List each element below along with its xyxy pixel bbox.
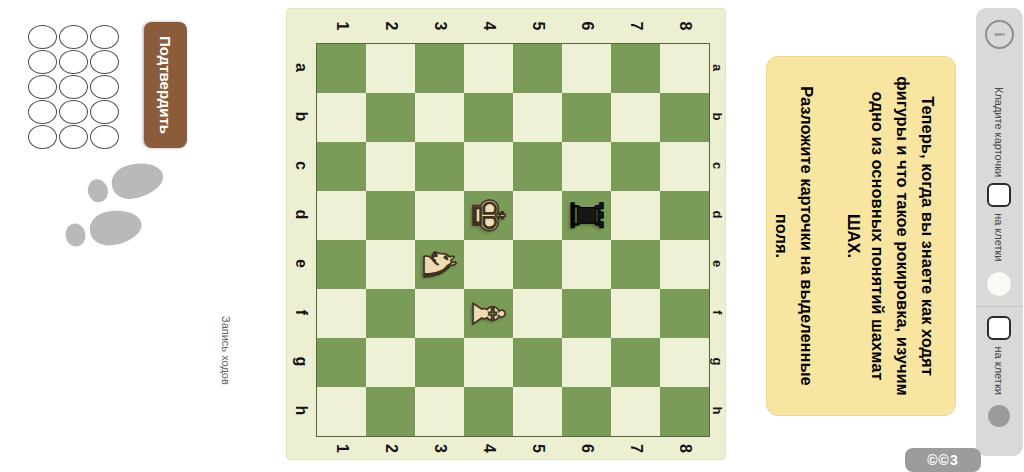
coordinate-label: d — [285, 190, 317, 239]
square-d2[interactable] — [366, 191, 415, 240]
coordinate-label: 8 — [661, 9, 710, 43]
square-e4[interactable] — [464, 240, 513, 289]
square-c1[interactable] — [317, 142, 366, 191]
square-f6[interactable] — [562, 289, 611, 338]
move-slot — [90, 125, 119, 149]
square-b6[interactable] — [562, 93, 611, 142]
coordinate-label: a — [710, 43, 725, 92]
square-b4[interactable] — [464, 93, 513, 142]
square-c8[interactable] — [660, 142, 709, 191]
square-a8[interactable] — [660, 44, 709, 93]
square-e2[interactable] — [366, 240, 415, 289]
coordinate-label: 4 — [465, 9, 514, 43]
square-g7[interactable] — [611, 338, 660, 387]
coordinate-label: f — [710, 288, 725, 337]
footprint-sole — [108, 158, 167, 204]
coordinate-label: g — [710, 337, 725, 386]
piece-white-bishop[interactable]: ♝ — [464, 289, 513, 338]
square-a1[interactable] — [317, 44, 366, 93]
coordinate-label: c — [710, 141, 725, 190]
square-e1[interactable] — [317, 240, 366, 289]
chess-board[interactable]: abcdefgh abcdefgh 87654321 87654321 ♜♚♝♞ — [286, 8, 726, 460]
square-c3[interactable] — [415, 142, 464, 191]
square-g1[interactable] — [317, 338, 366, 387]
move-slot — [59, 100, 88, 124]
square-c6[interactable] — [562, 142, 611, 191]
bar-text-on-cells-2: на клетки — [994, 346, 1006, 394]
white-circle-target-icon — [987, 271, 1013, 297]
coordinate-label: e — [285, 239, 317, 288]
coordinate-label: 3 — [416, 9, 465, 43]
move-slot — [90, 50, 119, 74]
coordinate-label: e — [710, 239, 725, 288]
move-slot — [59, 25, 88, 49]
square-a4[interactable] — [464, 44, 513, 93]
coordinate-label: 6 — [563, 436, 612, 461]
square-f7[interactable] — [611, 289, 660, 338]
coordinate-label: 3 — [416, 436, 465, 461]
footsteps-icon — [57, 205, 144, 255]
coordinate-label: g — [285, 337, 317, 386]
square-a6[interactable] — [562, 44, 611, 93]
square-a3[interactable] — [415, 44, 464, 93]
coordinate-label: b — [285, 92, 317, 141]
square-f2[interactable] — [366, 289, 415, 338]
coordinate-label: 4 — [465, 436, 514, 461]
footprint-heel — [64, 221, 88, 247]
task-paragraph-1: Теперь, когда вы знаете как ходят фигуры… — [841, 69, 940, 403]
piece-white-king[interactable]: ♚ — [464, 191, 513, 240]
square-d5[interactable] — [513, 191, 562, 240]
coordinate-label: 7 — [612, 436, 661, 461]
square-d7[interactable] — [611, 191, 660, 240]
file-labels-top: abcdefgh — [710, 43, 725, 435]
bar-divider — [977, 306, 1023, 307]
gray-circle-target-icon — [989, 405, 1011, 427]
square-a7[interactable] — [611, 44, 660, 93]
square-f5[interactable] — [513, 289, 562, 338]
coordinate-label: 1 — [318, 436, 367, 461]
square-b1[interactable] — [317, 93, 366, 142]
square-b3[interactable] — [415, 93, 464, 142]
square-h8[interactable] — [660, 387, 709, 436]
bar-text-cards: Кладите карточки — [994, 87, 1006, 177]
coordinate-label: 7 — [612, 9, 661, 43]
square-e8[interactable] — [660, 240, 709, 289]
coordinate-label: 5 — [514, 436, 563, 461]
coordinate-label: 8 — [661, 436, 710, 461]
square-g4[interactable] — [464, 338, 513, 387]
square-g6[interactable] — [562, 338, 611, 387]
move-slot — [90, 100, 119, 124]
square-f1[interactable] — [317, 289, 366, 338]
coordinate-label: 1 — [318, 9, 367, 43]
move-slot — [28, 125, 57, 149]
task-panel: Теперь, когда вы знаете как ходят фигуры… — [766, 56, 956, 416]
coordinate-label: 5 — [514, 9, 563, 43]
move-slot — [90, 75, 119, 99]
coordinate-label: c — [285, 141, 317, 190]
square-h4[interactable] — [464, 387, 513, 436]
footsteps-icon — [79, 157, 167, 212]
square-c5[interactable] — [513, 142, 562, 191]
square-e5[interactable] — [513, 240, 562, 289]
footprint-heel — [85, 177, 110, 204]
square-g8[interactable] — [660, 338, 709, 387]
square-c4[interactable] — [464, 142, 513, 191]
bar-text-on-cells-1: на клетки — [994, 213, 1006, 261]
move-slot — [59, 75, 88, 99]
coordinate-label: 6 — [563, 9, 612, 43]
square-d8[interactable] — [660, 191, 709, 240]
rank-labels-left: 87654321 — [318, 9, 710, 43]
coordinate-label: h — [285, 386, 317, 435]
move-record-label: Запись ходов — [220, 316, 232, 385]
square-e7[interactable] — [611, 240, 660, 289]
square-f3[interactable] — [415, 289, 464, 338]
square-a5[interactable] — [513, 44, 562, 93]
square-e6[interactable] — [562, 240, 611, 289]
square-c2[interactable] — [366, 142, 415, 191]
square-b5[interactable] — [513, 93, 562, 142]
coordinate-label: 2 — [367, 9, 416, 43]
square-d3[interactable] — [415, 191, 464, 240]
coordinate-label: b — [710, 92, 725, 141]
move-slot — [59, 50, 88, 74]
square-b8[interactable] — [660, 93, 709, 142]
square-c7[interactable] — [611, 142, 660, 191]
square-b2[interactable] — [366, 93, 415, 142]
square-h5[interactable] — [513, 387, 562, 436]
info-icon[interactable]: i — [985, 20, 1014, 49]
screen: i Кладите карточки на клетки на клетки Т… — [0, 0, 1024, 472]
square-g2[interactable] — [366, 338, 415, 387]
square-b7[interactable] — [611, 93, 660, 142]
card-outline-icon — [988, 183, 1012, 207]
watermark-badge: ©©3 — [905, 448, 981, 472]
instruction-bar: i Кладите карточки на клетки на клетки — [976, 8, 1023, 456]
move-slot — [59, 125, 88, 149]
footprint-sole — [87, 206, 144, 249]
move-slot — [28, 100, 57, 124]
app-rotated-stage: i Кладите карточки на клетки на клетки Т… — [0, 0, 1024, 472]
coordinate-label: d — [710, 190, 725, 239]
coordinate-label: a — [285, 43, 317, 92]
square-g3[interactable] — [415, 338, 464, 387]
piece-white-knight[interactable]: ♞ — [415, 240, 464, 289]
square-h7[interactable] — [611, 387, 660, 436]
task-paragraph-2: Разложите карточки на выделенные поля. — [770, 69, 820, 403]
square-h6[interactable] — [562, 387, 611, 436]
square-a2[interactable] — [366, 44, 415, 93]
move-slot — [28, 50, 57, 74]
card-outline-icon — [988, 316, 1012, 340]
square-h3[interactable] — [415, 387, 464, 436]
piece-black-rook[interactable]: ♜ — [562, 191, 611, 240]
coordinate-label: h — [710, 386, 725, 435]
board-squares: ♜♚♝♞ — [316, 43, 710, 437]
coordinate-label: f — [285, 288, 317, 337]
rank-labels-right: 87654321 — [318, 436, 710, 461]
file-labels-bottom: abcdefgh — [285, 43, 317, 435]
move-slot — [90, 25, 119, 49]
square-d1[interactable] — [317, 191, 366, 240]
move-slot — [28, 75, 57, 99]
square-f8[interactable] — [660, 289, 709, 338]
move-record-slots — [26, 25, 119, 150]
confirm-button[interactable]: Подтвердить — [144, 22, 187, 148]
move-slot — [28, 25, 57, 49]
coordinate-label: 2 — [367, 436, 416, 461]
square-h2[interactable] — [366, 387, 415, 436]
square-g5[interactable] — [513, 338, 562, 387]
square-h1[interactable] — [317, 387, 366, 436]
